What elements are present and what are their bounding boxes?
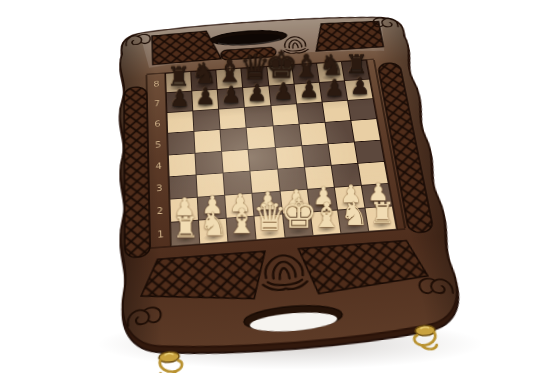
chess-box: 87654321 ♜♞♝♛♚♝♞♜♟♟♟♟♟♟♟♟♟♟♟♟♟♟♟♟♜♞♝♛♚♝♞… <box>110 9 484 373</box>
clasp-right <box>412 325 439 350</box>
piece-white-queen-d1: ♛ <box>253 198 288 236</box>
piece-black-pawn-g7: ♟ <box>324 77 344 100</box>
square-b7: ♟ <box>192 90 218 111</box>
square-d6 <box>245 106 272 127</box>
piece-black-pawn-b7: ♟ <box>196 85 217 108</box>
square-c7: ♟ <box>218 88 244 109</box>
square-b1: ♞ <box>199 219 227 244</box>
piece-black-pawn-f7: ♟ <box>299 79 319 102</box>
square-d1: ♛ <box>255 214 284 239</box>
piece-black-pawn-a7: ♟ <box>170 87 191 110</box>
piece-white-knight-b1: ♞ <box>199 208 228 240</box>
piece-black-pawn-e7: ♟ <box>273 80 293 103</box>
piece-black-pawn-c7: ♟ <box>221 84 242 107</box>
square-d7: ♟ <box>243 86 270 107</box>
piece-white-rook-a1: ♜ <box>172 213 198 242</box>
square-h7: ♟ <box>345 80 373 101</box>
square-f7: ♟ <box>294 83 321 104</box>
square-e7: ♟ <box>269 85 296 106</box>
piece-white-bishop-c1: ♝ <box>227 204 258 238</box>
square-b6 <box>193 110 219 131</box>
piece-white-rook-h1: ♜ <box>369 199 395 228</box>
square-h1: ♜ <box>365 206 395 231</box>
square-h5 <box>351 119 380 141</box>
square-a1: ♜ <box>171 221 199 246</box>
square-g7: ♟ <box>320 81 347 102</box>
piece-white-knight-g1: ♞ <box>340 198 369 230</box>
photo-background: 87654321 ♜♞♝♛♚♝♞♜♟♟♟♟♟♟♟♟♟♟♟♟♟♟♟♟♜♞♝♛♚♝♞… <box>0 0 560 373</box>
rank-label-3: 3 <box>150 176 170 200</box>
piece-black-pawn-d7: ♟ <box>247 82 267 105</box>
square-a7: ♟ <box>167 92 193 113</box>
clasp-left <box>159 351 183 373</box>
piece-black-pawn-h7: ♟ <box>350 75 370 98</box>
square-g1: ♞ <box>338 208 368 233</box>
square-c1: ♝ <box>227 216 256 241</box>
